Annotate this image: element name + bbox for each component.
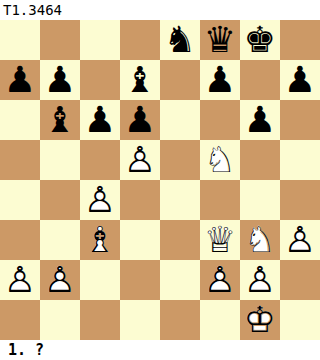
piece-glyph: ♚ — [240, 20, 280, 60]
piece-outline: ♙ — [200, 260, 240, 300]
piece-white-pawn[interactable]: ♟♙ — [0, 260, 40, 300]
piece-outline: ♘ — [200, 140, 240, 180]
square-d5[interactable]: ♟♙ — [120, 140, 160, 180]
piece-black-king[interactable]: ♚ — [240, 20, 280, 60]
piece-white-bishop[interactable]: ♝♗ — [80, 220, 120, 260]
square-b1[interactable] — [40, 300, 80, 340]
piece-white-pawn[interactable]: ♟♙ — [280, 220, 320, 260]
square-d1[interactable] — [120, 300, 160, 340]
square-b4[interactable] — [40, 180, 80, 220]
square-f4[interactable] — [200, 180, 240, 220]
square-f1[interactable] — [200, 300, 240, 340]
square-a1[interactable] — [0, 300, 40, 340]
piece-black-pawn[interactable]: ♟ — [240, 100, 280, 140]
piece-glyph: ♟ — [240, 100, 280, 140]
square-f8[interactable]: ♛ — [200, 20, 240, 60]
piece-black-pawn[interactable]: ♟ — [80, 100, 120, 140]
square-c2[interactable] — [80, 260, 120, 300]
square-a6[interactable] — [0, 100, 40, 140]
piece-black-pawn[interactable]: ♟ — [0, 60, 40, 100]
square-h5[interactable] — [280, 140, 320, 180]
square-b6[interactable]: ♝ — [40, 100, 80, 140]
square-d3[interactable] — [120, 220, 160, 260]
square-a3[interactable] — [0, 220, 40, 260]
piece-outline: ♔ — [240, 300, 280, 340]
piece-glyph: ♟ — [280, 60, 320, 100]
square-b8[interactable] — [40, 20, 80, 60]
square-g8[interactable]: ♚ — [240, 20, 280, 60]
move-prompt: 1. ? — [0, 340, 320, 360]
square-d2[interactable] — [120, 260, 160, 300]
square-c6[interactable]: ♟ — [80, 100, 120, 140]
square-e1[interactable] — [160, 300, 200, 340]
square-a2[interactable]: ♟♙ — [0, 260, 40, 300]
square-a5[interactable] — [0, 140, 40, 180]
square-e4[interactable] — [160, 180, 200, 220]
piece-white-king[interactable]: ♚♔ — [240, 300, 280, 340]
piece-white-knight[interactable]: ♞♘ — [200, 140, 240, 180]
square-d8[interactable] — [120, 20, 160, 60]
piece-outline: ♙ — [120, 140, 160, 180]
square-f6[interactable] — [200, 100, 240, 140]
piece-black-pawn[interactable]: ♟ — [40, 60, 80, 100]
square-c1[interactable] — [80, 300, 120, 340]
square-d7[interactable]: ♝ — [120, 60, 160, 100]
square-b5[interactable] — [40, 140, 80, 180]
piece-glyph: ♝ — [40, 100, 80, 140]
square-h8[interactable] — [280, 20, 320, 60]
piece-black-pawn[interactable]: ♟ — [200, 60, 240, 100]
piece-black-queen[interactable]: ♛ — [200, 20, 240, 60]
piece-white-pawn[interactable]: ♟♙ — [80, 180, 120, 220]
square-c7[interactable] — [80, 60, 120, 100]
piece-glyph: ♝ — [120, 60, 160, 100]
square-e8[interactable]: ♞ — [160, 20, 200, 60]
square-b7[interactable]: ♟ — [40, 60, 80, 100]
square-g2[interactable]: ♟♙ — [240, 260, 280, 300]
piece-outline: ♙ — [0, 260, 40, 300]
piece-outline: ♙ — [80, 180, 120, 220]
square-f5[interactable]: ♞♘ — [200, 140, 240, 180]
square-h2[interactable] — [280, 260, 320, 300]
piece-white-pawn[interactable]: ♟♙ — [240, 260, 280, 300]
square-g7[interactable] — [240, 60, 280, 100]
piece-white-pawn[interactable]: ♟♙ — [120, 140, 160, 180]
piece-black-pawn[interactable]: ♟ — [280, 60, 320, 100]
square-a8[interactable] — [0, 20, 40, 60]
piece-outline: ♙ — [280, 220, 320, 260]
square-h7[interactable]: ♟ — [280, 60, 320, 100]
piece-glyph: ♞ — [160, 20, 200, 60]
square-g5[interactable] — [240, 140, 280, 180]
square-f2[interactable]: ♟♙ — [200, 260, 240, 300]
square-d6[interactable]: ♟ — [120, 100, 160, 140]
piece-black-bishop[interactable]: ♝ — [120, 60, 160, 100]
square-b3[interactable] — [40, 220, 80, 260]
piece-black-knight[interactable]: ♞ — [160, 20, 200, 60]
square-e7[interactable] — [160, 60, 200, 100]
square-a7[interactable]: ♟ — [0, 60, 40, 100]
piece-outline: ♕ — [200, 220, 240, 260]
piece-glyph: ♟ — [40, 60, 80, 100]
square-g6[interactable]: ♟ — [240, 100, 280, 140]
square-b2[interactable]: ♟♙ — [40, 260, 80, 300]
piece-outline: ♗ — [80, 220, 120, 260]
piece-outline: ♙ — [240, 260, 280, 300]
square-g1[interactable]: ♚♔ — [240, 300, 280, 340]
chess-board: ♞♛♚♟♟♝♟♟♝♟♟♟♟♙♞♘♟♙♝♗♛♕♞♘♟♙♟♙♟♙♟♙♟♙♚♔ — [0, 20, 320, 340]
square-e2[interactable] — [160, 260, 200, 300]
square-e3[interactable] — [160, 220, 200, 260]
square-d4[interactable] — [120, 180, 160, 220]
piece-glyph: ♟ — [120, 100, 160, 140]
square-h1[interactable] — [280, 300, 320, 340]
square-c4[interactable]: ♟♙ — [80, 180, 120, 220]
square-h4[interactable] — [280, 180, 320, 220]
piece-outline: ♙ — [40, 260, 80, 300]
piece-black-bishop[interactable]: ♝ — [40, 100, 80, 140]
piece-black-pawn[interactable]: ♟ — [120, 100, 160, 140]
piece-outline: ♘ — [240, 220, 280, 260]
piece-white-pawn[interactable]: ♟♙ — [40, 260, 80, 300]
square-h6[interactable] — [280, 100, 320, 140]
square-g4[interactable] — [240, 180, 280, 220]
piece-glyph: ♟ — [80, 100, 120, 140]
square-c8[interactable] — [80, 20, 120, 60]
puzzle-title: T1.3464 — [0, 0, 320, 20]
square-e6[interactable] — [160, 100, 200, 140]
square-f7[interactable]: ♟ — [200, 60, 240, 100]
piece-white-pawn[interactable]: ♟♙ — [200, 260, 240, 300]
piece-glyph: ♛ — [200, 20, 240, 60]
square-f3[interactable]: ♛♕ — [200, 220, 240, 260]
square-g3[interactable]: ♞♘ — [240, 220, 280, 260]
square-h3[interactable]: ♟♙ — [280, 220, 320, 260]
piece-white-queen[interactable]: ♛♕ — [200, 220, 240, 260]
piece-glyph: ♟ — [0, 60, 40, 100]
square-c3[interactable]: ♝♗ — [80, 220, 120, 260]
square-e5[interactable] — [160, 140, 200, 180]
piece-glyph: ♟ — [200, 60, 240, 100]
square-a4[interactable] — [0, 180, 40, 220]
piece-white-knight[interactable]: ♞♘ — [240, 220, 280, 260]
square-c5[interactable] — [80, 140, 120, 180]
